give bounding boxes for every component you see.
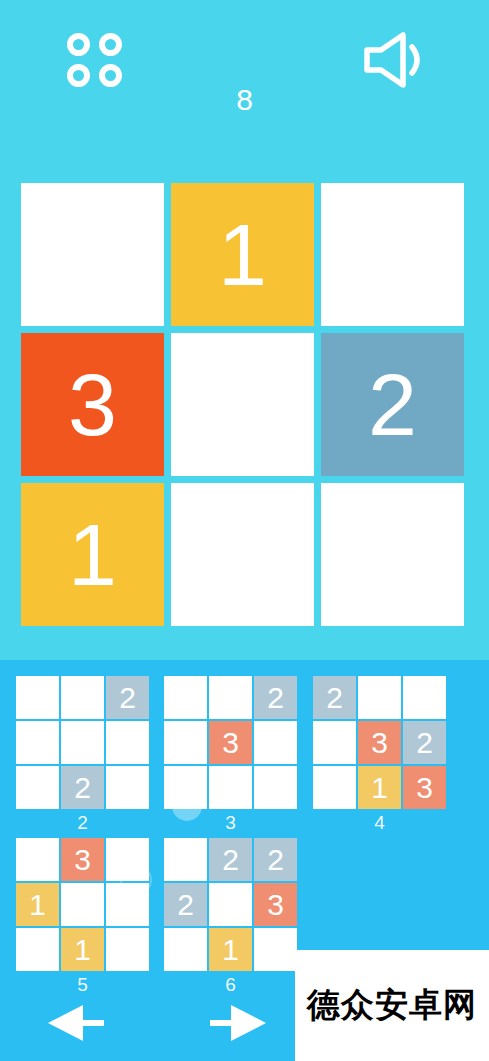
- mini-board-2: 22: [16, 676, 149, 809]
- cell-r3c2: 1: [358, 766, 401, 809]
- cell-r3c1: [16, 766, 59, 809]
- left-arrow-icon: [46, 1003, 106, 1043]
- mini-board-6: 22231: [164, 838, 297, 971]
- cell-r1c1: [164, 838, 207, 881]
- level-preview-label: 5: [16, 974, 149, 996]
- cell-r1c3: 2: [254, 838, 297, 881]
- cell-r1c1: [164, 676, 207, 719]
- game-screen: 8 1321 22 2 23 3 23213 4 311 5 22231 6: [0, 0, 489, 1061]
- cell-r3c2: 2: [61, 766, 104, 809]
- cell-r3c3: [254, 928, 297, 971]
- cell-r2c1: 2: [164, 883, 207, 926]
- cell-r2c3: 2: [403, 721, 446, 764]
- grid-menu-icon: [67, 33, 90, 56]
- cell-r3c3: [106, 928, 149, 971]
- level-preview-label: 3: [164, 812, 297, 834]
- cell-r2c1[interactable]: 3: [21, 333, 164, 476]
- cell-r2c2: [61, 883, 104, 926]
- cell-r2c2: [61, 721, 104, 764]
- cell-r1c2: [61, 676, 104, 719]
- cell-r3c2[interactable]: [171, 483, 314, 626]
- cell-r2c1: [164, 721, 207, 764]
- cell-r1c2[interactable]: 1: [171, 183, 314, 326]
- cell-r1c2: 3: [61, 838, 104, 881]
- cell-r2c1: 1: [16, 883, 59, 926]
- cell-r1c2: 2: [209, 838, 252, 881]
- cell-r3c3: [254, 766, 297, 809]
- cell-r3c1: [16, 928, 59, 971]
- cell-r2c3: [254, 721, 297, 764]
- level-preview-2[interactable]: 22 2: [16, 676, 149, 834]
- cell-r2c1: [313, 721, 356, 764]
- cell-r3c3: 3: [403, 766, 446, 809]
- cell-r1c3: 2: [106, 676, 149, 719]
- grid-menu-icon: [99, 33, 122, 56]
- cell-r1c1: 2: [313, 676, 356, 719]
- level-select-panel: 22 2 23 3 23213 4 311 5 22231 6: [0, 660, 489, 1061]
- cell-r3c2: 1: [209, 928, 252, 971]
- cell-r3c3: [106, 766, 149, 809]
- cell-r1c3: 2: [254, 676, 297, 719]
- cell-r2c3: [106, 721, 149, 764]
- cell-r2c2: 3: [358, 721, 401, 764]
- level-preview-5[interactable]: 311 5: [16, 838, 149, 996]
- right-arrow-icon: [208, 1003, 268, 1043]
- level-preview-4[interactable]: 23213 4: [313, 676, 446, 834]
- level-preview-label: 2: [16, 812, 149, 834]
- menu-button[interactable]: [67, 33, 122, 87]
- cell-r3c1: [164, 928, 207, 971]
- cell-r3c1: [313, 766, 356, 809]
- cell-r2c2[interactable]: [171, 333, 314, 476]
- cell-r2c3: 3: [254, 883, 297, 926]
- cell-r3c1: [164, 766, 207, 809]
- cell-r2c1: [16, 721, 59, 764]
- cell-r1c1[interactable]: [21, 183, 164, 326]
- mini-board-5: 311: [16, 838, 149, 971]
- level-preview-label: 4: [313, 812, 446, 834]
- cell-r3c2: 1: [61, 928, 104, 971]
- level-preview-label: 6: [164, 974, 297, 996]
- cell-r1c1: [16, 838, 59, 881]
- cell-r1c2: [209, 676, 252, 719]
- cell-r1c1: [16, 676, 59, 719]
- level-preview-6[interactable]: 22231 6: [164, 838, 297, 996]
- cell-r1c3[interactable]: [321, 183, 464, 326]
- cell-r3c3[interactable]: [321, 483, 464, 626]
- next-page-button[interactable]: [208, 1003, 268, 1047]
- cell-r1c3: [403, 676, 446, 719]
- mini-board-3: 23: [164, 676, 297, 809]
- cell-r2c2: 3: [209, 721, 252, 764]
- cell-r1c2: [358, 676, 401, 719]
- watermark: 德众安卓网: [295, 950, 489, 1061]
- level-preview-3[interactable]: 23 3: [164, 676, 297, 834]
- cell-r2c3[interactable]: 2: [321, 333, 464, 476]
- prev-page-button[interactable]: [46, 1003, 106, 1047]
- mini-board-4: 23213: [313, 676, 446, 809]
- cell-r2c2: [209, 883, 252, 926]
- cell-r3c2: [209, 766, 252, 809]
- main-board: 1321: [21, 183, 464, 626]
- cell-r1c3: [106, 838, 149, 881]
- level-number: 8: [0, 83, 489, 117]
- cell-r2c3: [106, 883, 149, 926]
- cell-r3c1[interactable]: 1: [21, 483, 164, 626]
